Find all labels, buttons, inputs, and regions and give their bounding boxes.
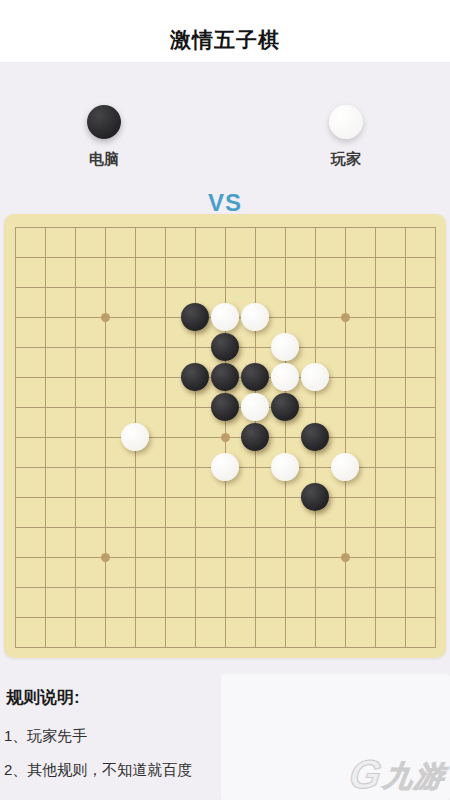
watermark-text: 九游 (381, 758, 448, 794)
jiuyou-watermark: G 九游 (347, 754, 449, 794)
white-stone (211, 303, 239, 331)
star-point (221, 433, 230, 442)
players-section: 电脑 VS 玩家 (0, 62, 450, 214)
player-black-label: 电脑 (64, 150, 144, 169)
white-stone (241, 393, 269, 421)
white-stone (211, 453, 239, 481)
star-point (101, 553, 110, 562)
black-stone (241, 363, 269, 391)
white-stone (271, 363, 299, 391)
black-stone (211, 393, 239, 421)
board-panel (4, 214, 446, 658)
white-stone (121, 423, 149, 451)
vs-label: VS (185, 189, 265, 217)
white-stone (301, 363, 329, 391)
jiuyou-logo-icon: G (347, 754, 384, 794)
player-white-label: 玩家 (306, 150, 386, 169)
player-white: 玩家 (306, 105, 386, 169)
board[interactable] (15, 227, 436, 648)
header: 激情五子棋 (0, 0, 450, 62)
black-stone (241, 423, 269, 451)
white-stone (331, 453, 359, 481)
star-point (341, 313, 350, 322)
rule-item: 1、玩家先手 (4, 727, 87, 746)
black-stone (211, 333, 239, 361)
white-stone (241, 303, 269, 331)
star-point (341, 553, 350, 562)
rule-item: 2、其他规则，不知道就百度 (4, 761, 192, 780)
rules-heading: 规则说明: (6, 686, 80, 709)
black-stone-icon (87, 105, 121, 139)
page-title: 激情五子棋 (0, 26, 450, 54)
star-point (101, 313, 110, 322)
black-stone (181, 363, 209, 391)
player-black: 电脑 (64, 105, 144, 169)
black-stone (301, 483, 329, 511)
black-stone (301, 423, 329, 451)
black-stone (181, 303, 209, 331)
white-stone-icon (329, 105, 363, 139)
black-stone (271, 393, 299, 421)
black-stone (211, 363, 239, 391)
white-stone (271, 453, 299, 481)
white-stone (271, 333, 299, 361)
